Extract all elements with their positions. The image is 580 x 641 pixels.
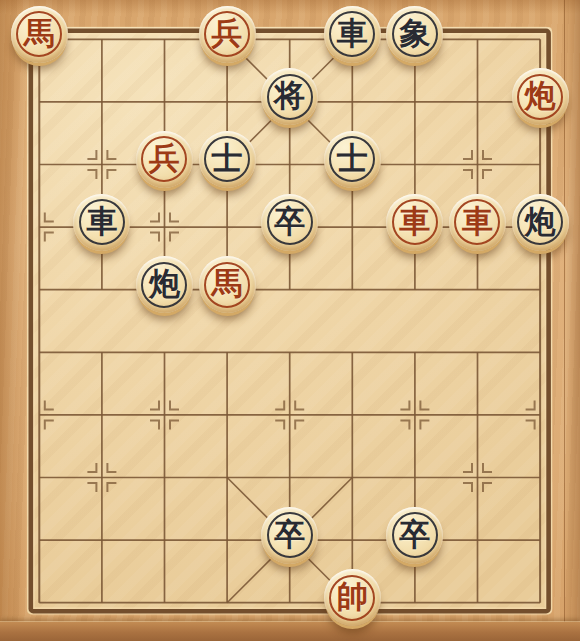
point-f5-r4[interactable]	[321, 258, 384, 321]
point-f1-r9[interactable]	[71, 571, 134, 634]
point-f2-r1[interactable]	[133, 71, 196, 134]
point-f1-r3[interactable]: 車	[71, 196, 134, 259]
point-f1-r5[interactable]	[71, 321, 134, 384]
point-f0-r9[interactable]	[8, 571, 71, 634]
point-f2-r2[interactable]: 兵	[133, 133, 196, 196]
point-f1-r6[interactable]	[71, 384, 134, 447]
point-f1-r1[interactable]	[71, 71, 134, 134]
piece-red-general[interactable]: 帥	[324, 569, 381, 626]
piece-glyph: 将	[274, 80, 305, 111]
piece-glyph: 士	[212, 143, 243, 174]
point-f0-r2[interactable]	[8, 133, 71, 196]
piece-glyph: 炮	[525, 206, 556, 237]
point-f1-r4[interactable]	[71, 258, 134, 321]
point-f3-r6[interactable]	[196, 384, 259, 447]
point-f3-r4[interactable]: 馬	[196, 258, 259, 321]
point-f6-r6[interactable]	[384, 384, 447, 447]
point-f1-r7[interactable]	[71, 446, 134, 509]
piece-glyph: 象	[399, 18, 430, 49]
point-f3-r8[interactable]	[196, 509, 259, 572]
piece-red-chariot[interactable]: 車	[449, 194, 506, 251]
piece-red-cannon[interactable]: 炮	[512, 68, 569, 125]
piece-black-elephant[interactable]: 象	[386, 6, 443, 63]
piece-black-cannon[interactable]: 炮	[512, 194, 569, 251]
point-f6-r0[interactable]: 象	[384, 8, 447, 71]
point-f8-r4[interactable]	[509, 258, 572, 321]
piece-glyph: 卒	[274, 519, 305, 550]
point-f5-r3[interactable]	[321, 196, 384, 259]
piece-red-soldier[interactable]: 兵	[136, 131, 193, 188]
point-f4-r7[interactable]	[258, 446, 321, 509]
piece-black-soldier[interactable]: 卒	[386, 507, 443, 564]
point-f8-r3[interactable]: 炮	[509, 196, 572, 259]
point-f0-r1[interactable]	[8, 71, 71, 134]
piece-red-soldier[interactable]: 兵	[199, 6, 256, 63]
piece-black-soldier[interactable]: 卒	[261, 194, 318, 251]
point-f0-r4[interactable]	[8, 258, 71, 321]
piece-glyph: 卒	[274, 206, 305, 237]
point-f8-r6[interactable]	[509, 384, 572, 447]
piece-glyph: 兵	[212, 18, 243, 49]
point-f4-r0[interactable]	[258, 8, 321, 71]
piece-black-chariot[interactable]: 車	[73, 194, 130, 251]
point-f2-r0[interactable]	[133, 8, 196, 71]
point-f4-r5[interactable]	[258, 321, 321, 384]
piece-glyph: 馬	[212, 268, 243, 299]
point-f6-r3[interactable]: 車	[384, 196, 447, 259]
point-f7-r0[interactable]	[446, 8, 509, 71]
piece-glyph: 炮	[525, 80, 556, 111]
piece-black-soldier[interactable]: 卒	[261, 507, 318, 564]
piece-glyph: 車	[337, 18, 368, 49]
piece-glyph: 車	[399, 206, 430, 237]
point-f7-r6[interactable]	[446, 384, 509, 447]
point-f7-r3[interactable]: 車	[446, 196, 509, 259]
point-f8-r9[interactable]	[509, 571, 572, 634]
point-f0-r5[interactable]	[8, 321, 71, 384]
point-f4-r9[interactable]	[258, 571, 321, 634]
point-f4-r8[interactable]: 卒	[258, 509, 321, 572]
point-f7-r2[interactable]	[446, 133, 509, 196]
point-f2-r4[interactable]: 炮	[133, 258, 196, 321]
point-f3-r3[interactable]	[196, 196, 259, 259]
point-f0-r3[interactable]	[8, 196, 71, 259]
point-f7-r9[interactable]	[446, 571, 509, 634]
point-f2-r7[interactable]	[133, 446, 196, 509]
point-f5-r2[interactable]: 士	[321, 133, 384, 196]
point-f6-r1[interactable]	[384, 71, 447, 134]
point-f0-r0[interactable]: 馬	[8, 8, 71, 71]
piece-glyph: 帥	[337, 581, 368, 612]
point-f0-r7[interactable]	[8, 446, 71, 509]
piece-black-advisor[interactable]: 士	[199, 131, 256, 188]
point-f5-r1[interactable]	[321, 71, 384, 134]
piece-red-chariot[interactable]: 車	[386, 194, 443, 251]
piece-black-advisor[interactable]: 士	[324, 131, 381, 188]
piece-red-horse[interactable]: 馬	[11, 6, 68, 63]
point-f6-r7[interactable]	[384, 446, 447, 509]
point-f4-r4[interactable]	[258, 258, 321, 321]
point-f6-r4[interactable]	[384, 258, 447, 321]
point-f1-r8[interactable]	[71, 509, 134, 572]
point-f7-r1[interactable]	[446, 71, 509, 134]
point-f5-r5[interactable]	[321, 321, 384, 384]
piece-black-cannon[interactable]: 炮	[136, 256, 193, 313]
piece-red-horse[interactable]: 馬	[199, 256, 256, 313]
point-f3-r9[interactable]	[196, 571, 259, 634]
point-f3-r0[interactable]: 兵	[196, 8, 259, 71]
point-f4-r3[interactable]: 卒	[258, 196, 321, 259]
point-f3-r7[interactable]	[196, 446, 259, 509]
point-f3-r1[interactable]	[196, 71, 259, 134]
point-f1-r0[interactable]	[71, 8, 134, 71]
point-f5-r8[interactable]	[321, 509, 384, 572]
point-f5-r6[interactable]	[321, 384, 384, 447]
point-f6-r9[interactable]	[384, 571, 447, 634]
point-f4-r1[interactable]: 将	[258, 71, 321, 134]
point-f0-r8[interactable]	[8, 509, 71, 572]
piece-glyph: 卒	[399, 519, 430, 550]
piece-glyph: 兵	[149, 143, 180, 174]
piece-black-chariot[interactable]: 車	[324, 6, 381, 63]
piece-black-general[interactable]: 将	[261, 68, 318, 125]
xiangqi-board-screenshot: 馬兵車象将炮兵士士車卒車車炮炮馬卒卒帥	[0, 0, 580, 641]
point-f8-r0[interactable]	[509, 8, 572, 71]
point-f7-r4[interactable]	[446, 258, 509, 321]
board-grid: 馬兵車象将炮兵士士車卒車車炮炮馬卒卒帥	[8, 8, 571, 634]
point-f1-r2[interactable]	[71, 133, 134, 196]
point-f2-r5[interactable]	[133, 321, 196, 384]
point-f7-r5[interactable]	[446, 321, 509, 384]
point-f5-r0[interactable]: 車	[321, 8, 384, 71]
point-f7-r8[interactable]	[446, 509, 509, 572]
piece-glyph: 馬	[24, 18, 55, 49]
point-f5-r7[interactable]	[321, 446, 384, 509]
point-f8-r1[interactable]: 炮	[509, 71, 572, 134]
point-f0-r6[interactable]	[8, 384, 71, 447]
point-f8-r7[interactable]	[509, 446, 572, 509]
point-f2-r9[interactable]	[133, 571, 196, 634]
point-f2-r3[interactable]	[133, 196, 196, 259]
point-f5-r9[interactable]: 帥	[321, 571, 384, 634]
piece-glyph: 士	[337, 143, 368, 174]
point-f3-r5[interactable]	[196, 321, 259, 384]
point-f3-r2[interactable]: 士	[196, 133, 259, 196]
point-f6-r8[interactable]: 卒	[384, 509, 447, 572]
point-f2-r6[interactable]	[133, 384, 196, 447]
point-f6-r5[interactable]	[384, 321, 447, 384]
point-f2-r8[interactable]	[133, 509, 196, 572]
piece-glyph: 炮	[149, 268, 180, 299]
point-f8-r8[interactable]	[509, 509, 572, 572]
point-f6-r2[interactable]	[384, 133, 447, 196]
point-f4-r6[interactable]	[258, 384, 321, 447]
piece-glyph: 車	[462, 206, 493, 237]
point-f4-r2[interactable]	[258, 133, 321, 196]
point-f8-r5[interactable]	[509, 321, 572, 384]
point-f7-r7[interactable]	[446, 446, 509, 509]
piece-glyph: 車	[86, 206, 117, 237]
point-f8-r2[interactable]	[509, 133, 572, 196]
